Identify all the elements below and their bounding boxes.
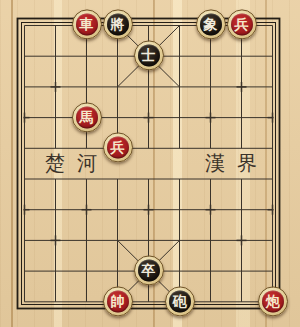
intersection-0-7[interactable] — [9, 225, 40, 256]
intersection-0-4[interactable] — [9, 133, 40, 164]
piece-glyph: 帥 — [107, 290, 129, 312]
intersection-7-3[interactable] — [226, 102, 257, 133]
intersection-2-2[interactable] — [71, 72, 102, 103]
intersection-0-5[interactable] — [9, 164, 40, 195]
intersection-6-7[interactable] — [195, 225, 226, 256]
intersection-3-9[interactable]: 帥 — [102, 286, 133, 317]
intersection-0-1[interactable] — [9, 41, 40, 72]
piece-red-soldier-1[interactable]: 兵 — [227, 10, 257, 40]
intersection-7-7[interactable] — [226, 225, 257, 256]
intersection-8-3[interactable] — [257, 102, 288, 133]
intersection-1-0[interactable] — [40, 10, 71, 41]
intersection-4-6[interactable] — [133, 194, 164, 225]
intersection-1-8[interactable] — [40, 256, 71, 287]
intersection-7-4[interactable] — [226, 133, 257, 164]
intersection-7-5[interactable] — [226, 164, 257, 195]
intersection-5-5[interactable] — [164, 164, 195, 195]
intersection-2-6[interactable] — [71, 194, 102, 225]
piece-black-soldier[interactable]: 卒 — [134, 255, 164, 285]
intersection-8-1[interactable] — [257, 41, 288, 72]
intersection-1-9[interactable] — [40, 286, 71, 317]
intersection-3-4[interactable]: 兵 — [102, 133, 133, 164]
piece-black-advisor[interactable]: 士 — [134, 41, 164, 71]
intersection-4-2[interactable] — [133, 72, 164, 103]
intersection-3-2[interactable] — [102, 72, 133, 103]
intersection-4-0[interactable] — [133, 10, 164, 41]
intersection-5-8[interactable] — [164, 256, 195, 287]
intersection-5-9[interactable]: 砲 — [164, 286, 195, 317]
intersection-6-4[interactable] — [195, 133, 226, 164]
intersection-3-5[interactable] — [102, 164, 133, 195]
board-intersections: 車將象兵士馬兵卒帥砲炮 — [9, 10, 288, 317]
intersection-4-1[interactable]: 士 — [133, 41, 164, 72]
piece-glyph: 士 — [138, 45, 160, 67]
piece-glyph: 將 — [107, 14, 129, 36]
intersection-1-3[interactable] — [40, 102, 71, 133]
piece-red-horse[interactable]: 馬 — [72, 102, 102, 132]
xiangqi-board: 楚河 漢界 車將象兵士馬兵卒帥砲炮 — [0, 0, 300, 327]
intersection-5-0[interactable] — [164, 10, 195, 41]
piece-red-general[interactable]: 帥 — [103, 286, 133, 316]
intersection-4-3[interactable] — [133, 102, 164, 133]
intersection-0-8[interactable] — [9, 256, 40, 287]
intersection-3-6[interactable] — [102, 194, 133, 225]
intersection-2-7[interactable] — [71, 225, 102, 256]
intersection-7-2[interactable] — [226, 72, 257, 103]
intersection-7-6[interactable] — [226, 194, 257, 225]
intersection-0-9[interactable] — [9, 286, 40, 317]
intersection-6-3[interactable] — [195, 102, 226, 133]
intersection-5-4[interactable] — [164, 133, 195, 164]
piece-glyph: 兵 — [107, 137, 129, 159]
intersection-8-4[interactable] — [257, 133, 288, 164]
piece-black-cannon[interactable]: 砲 — [165, 286, 195, 316]
intersection-8-8[interactable] — [257, 256, 288, 287]
intersection-3-8[interactable] — [102, 256, 133, 287]
intersection-2-4[interactable] — [71, 133, 102, 164]
intersection-1-4[interactable] — [40, 133, 71, 164]
intersection-3-7[interactable] — [102, 225, 133, 256]
intersection-2-1[interactable] — [71, 41, 102, 72]
intersection-2-5[interactable] — [71, 164, 102, 195]
intersection-5-7[interactable] — [164, 225, 195, 256]
intersection-6-2[interactable] — [195, 72, 226, 103]
intersection-5-1[interactable] — [164, 41, 195, 72]
piece-glyph: 卒 — [138, 259, 160, 281]
intersection-3-1[interactable] — [102, 41, 133, 72]
intersection-8-5[interactable] — [257, 164, 288, 195]
intersection-1-6[interactable] — [40, 194, 71, 225]
intersection-0-6[interactable] — [9, 194, 40, 225]
piece-glyph: 炮 — [262, 290, 284, 312]
piece-black-elephant[interactable]: 象 — [196, 10, 226, 40]
intersection-7-8[interactable] — [226, 256, 257, 287]
intersection-5-3[interactable] — [164, 102, 195, 133]
intersection-2-9[interactable] — [71, 286, 102, 317]
intersection-2-3[interactable]: 馬 — [71, 102, 102, 133]
intersection-1-2[interactable] — [40, 72, 71, 103]
intersection-0-3[interactable] — [9, 102, 40, 133]
intersection-8-6[interactable] — [257, 194, 288, 225]
piece-glyph: 象 — [200, 14, 222, 36]
intersection-6-8[interactable] — [195, 256, 226, 287]
intersection-3-3[interactable] — [102, 102, 133, 133]
intersection-0-2[interactable] — [9, 72, 40, 103]
intersection-8-0[interactable] — [257, 10, 288, 41]
piece-black-general[interactable]: 將 — [103, 10, 133, 40]
intersection-6-0[interactable]: 象 — [195, 10, 226, 41]
intersection-2-8[interactable] — [71, 256, 102, 287]
piece-glyph: 馬 — [76, 106, 98, 128]
intersection-4-8[interactable]: 卒 — [133, 256, 164, 287]
intersection-4-4[interactable] — [133, 133, 164, 164]
intersection-4-5[interactable] — [133, 164, 164, 195]
intersection-4-9[interactable] — [133, 286, 164, 317]
intersection-7-9[interactable] — [226, 286, 257, 317]
intersection-8-9[interactable]: 炮 — [257, 286, 288, 317]
intersection-3-0[interactable]: 將 — [102, 10, 133, 41]
piece-glyph: 兵 — [231, 14, 253, 36]
intersection-4-7[interactable] — [133, 225, 164, 256]
intersection-5-6[interactable] — [164, 194, 195, 225]
intersection-1-7[interactable] — [40, 225, 71, 256]
piece-glyph: 砲 — [169, 290, 191, 312]
piece-glyph: 車 — [76, 14, 98, 36]
intersection-8-7[interactable] — [257, 225, 288, 256]
intersection-2-0[interactable]: 車 — [71, 10, 102, 41]
intersection-6-1[interactable] — [195, 41, 226, 72]
intersection-6-9[interactable] — [195, 286, 226, 317]
intersection-8-2[interactable] — [257, 72, 288, 103]
intersection-1-1[interactable] — [40, 41, 71, 72]
intersection-5-2[interactable] — [164, 72, 195, 103]
intersection-0-0[interactable] — [9, 10, 40, 41]
piece-red-chariot[interactable]: 車 — [72, 10, 102, 40]
intersection-7-1[interactable] — [226, 41, 257, 72]
intersection-6-5[interactable] — [195, 164, 226, 195]
intersection-7-0[interactable]: 兵 — [226, 10, 257, 41]
piece-red-soldier-2[interactable]: 兵 — [103, 133, 133, 163]
intersection-1-5[interactable] — [40, 164, 71, 195]
intersection-6-6[interactable] — [195, 194, 226, 225]
piece-red-cannon[interactable]: 炮 — [258, 286, 288, 316]
